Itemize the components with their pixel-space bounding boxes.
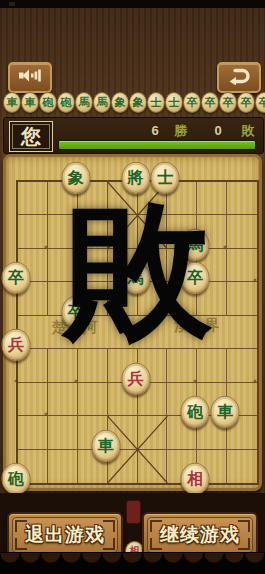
point-mark [44, 245, 47, 248]
board-cell[interactable] [48, 249, 78, 282]
status-bar-remnant [9, 2, 15, 6]
return-arrow-icon [227, 67, 251, 89]
captured-pieces-tray: 車車砲砲馬馬象象士士卒卒卒卒卒 [3, 92, 262, 113]
scalloped-edge [0, 553, 265, 565]
point-mark [254, 279, 257, 282]
board-cell[interactable] [197, 182, 227, 215]
board-piece-red[interactable]: 相 [181, 463, 210, 495]
board-cell[interactable] [48, 215, 78, 248]
losses-label: 敗 [237, 124, 259, 137]
back-button[interactable] [217, 62, 261, 93]
tray-piece: 車 [21, 92, 39, 113]
board-cell[interactable] [197, 349, 227, 382]
tray-piece: 馬 [75, 92, 93, 113]
point-mark [74, 279, 77, 282]
board-cell[interactable] [18, 383, 48, 416]
tray-piece: 士 [147, 92, 165, 113]
board-cell[interactable] [227, 215, 257, 248]
board-piece-black[interactable]: 車 [211, 396, 240, 428]
board-cell[interactable] [48, 450, 78, 483]
board-cell[interactable] [108, 316, 138, 349]
board-cell[interactable] [227, 182, 257, 215]
tray-piece: 卒 [237, 92, 255, 113]
xiangqi-board[interactable]: 楚 河 漢 界 象將士馬卒馬卒卒兵兵砲車車砲相 [3, 154, 262, 491]
tray-piece: 士 [165, 92, 183, 113]
board-cell[interactable] [227, 450, 257, 483]
board-piece-black[interactable]: 車 [91, 429, 120, 461]
point-mark [194, 379, 197, 382]
board-piece-black[interactable]: 卒 [181, 262, 210, 294]
board-cell[interactable] [138, 316, 168, 349]
tray-piece: 馬 [93, 92, 111, 113]
board-piece-black[interactable]: 象 [61, 162, 90, 194]
board-piece-black[interactable]: 士 [151, 162, 180, 194]
tray-piece: 卒 [183, 92, 201, 113]
continue-game-label: 继续游戏 [160, 522, 240, 548]
score-panel: 您 6 勝 0 敗 [3, 117, 264, 154]
board-cell[interactable] [138, 450, 168, 483]
point-mark [254, 379, 257, 382]
tray-piece: 象 [129, 92, 147, 113]
tray-piece: 卒 [219, 92, 237, 113]
board-piece-black[interactable]: 馬 [121, 262, 150, 294]
board-cell[interactable] [48, 383, 78, 416]
board-piece-black[interactable]: 將 [121, 162, 150, 194]
board-piece-black[interactable]: 砲 [2, 463, 31, 495]
board-cell[interactable] [78, 349, 108, 382]
board-cell[interactable] [18, 215, 48, 248]
point-mark [15, 379, 18, 382]
board-cell[interactable] [78, 215, 108, 248]
status-bar [0, 0, 265, 8]
board-cell[interactable] [48, 349, 78, 382]
tray-piece: 砲 [57, 92, 75, 113]
board-cell[interactable] [138, 215, 168, 248]
board-cell[interactable] [18, 182, 48, 215]
point-mark [74, 379, 77, 382]
board-piece-black[interactable]: 砲 [181, 396, 210, 428]
board-piece-black[interactable]: 卒 [61, 296, 90, 328]
board-piece-red[interactable]: 兵 [2, 329, 31, 361]
board-cell[interactable] [138, 416, 168, 449]
wins-label: 勝 [170, 124, 192, 137]
river-label-right: 漢 界 [174, 316, 224, 335]
wins-value: 6 [144, 124, 166, 137]
tray-piece: 砲 [39, 92, 57, 113]
board-cell[interactable] [227, 316, 257, 349]
board-cell[interactable] [78, 383, 108, 416]
win-rate-bar [58, 140, 256, 150]
tray-piece: 卒 [255, 92, 265, 113]
losses-value: 0 [207, 124, 229, 137]
board-cell[interactable] [227, 349, 257, 382]
board-cell[interactable] [108, 215, 138, 248]
board-cell[interactable] [48, 416, 78, 449]
point-mark [44, 413, 47, 416]
win-rate-bar-fill [59, 141, 255, 149]
tray-piece: 象 [111, 92, 129, 113]
board-piece-red[interactable]: 兵 [121, 362, 150, 394]
board-cell[interactable] [227, 249, 257, 282]
exit-game-label: 退出游戏 [25, 522, 105, 548]
sound-button[interactable] [8, 62, 52, 93]
board-piece-black[interactable]: 卒 [2, 262, 31, 294]
speaker-icon [18, 67, 42, 88]
board-cell[interactable] [167, 349, 197, 382]
board-cell[interactable] [78, 249, 108, 282]
board-piece-black[interactable]: 馬 [181, 229, 210, 261]
tray-piece: 車 [3, 92, 21, 113]
tray-piece: 卒 [201, 92, 219, 113]
point-mark [224, 245, 227, 248]
hidden-piece-back [126, 500, 141, 524]
xiangqi-app: 車車砲砲馬馬象象士士卒卒卒卒卒 您 6 勝 0 敗 楚 河 漢 界 象將士馬卒馬… [0, 0, 265, 574]
board-cell[interactable] [18, 416, 48, 449]
board-cell[interactable] [227, 282, 257, 315]
player-label: 您 [9, 121, 53, 152]
